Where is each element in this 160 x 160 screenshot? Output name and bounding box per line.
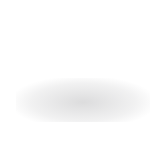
chess-set-photo [0, 0, 160, 160]
chess-pieces [0, 0, 160, 160]
